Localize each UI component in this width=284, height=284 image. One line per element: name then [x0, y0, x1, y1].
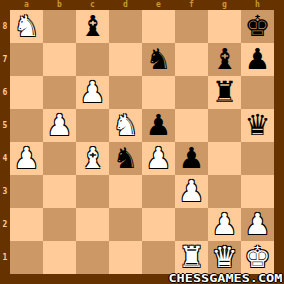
piece-black-rook: ♜ [212, 78, 238, 107]
rank-label-3: 3 [0, 175, 10, 208]
square-b4[interactable] [43, 142, 76, 175]
rank-label-4: 4 [0, 142, 10, 175]
square-b1[interactable] [43, 241, 76, 274]
square-c3[interactable] [76, 175, 109, 208]
square-c8[interactable]: ♝ [76, 10, 109, 43]
square-g1[interactable]: ♛ [208, 241, 241, 274]
square-e8[interactable] [142, 10, 175, 43]
square-e1[interactable] [142, 241, 175, 274]
square-d5[interactable]: ♞ [109, 109, 142, 142]
square-f8[interactable] [175, 10, 208, 43]
square-d3[interactable] [109, 175, 142, 208]
square-c7[interactable] [76, 43, 109, 76]
chessgames-logo[interactable]: CHESSGAMES.COM [168, 274, 282, 284]
piece-white-knight: ♞ [113, 111, 139, 140]
square-g6[interactable]: ♜ [208, 76, 241, 109]
piece-black-knight: ♞ [113, 144, 139, 173]
square-h8[interactable]: ♚ [241, 10, 274, 43]
piece-white-queen: ♛ [212, 243, 238, 272]
square-h7[interactable]: ♟ [241, 43, 274, 76]
square-h5[interactable]: ♛ [241, 109, 274, 142]
piece-white-rook: ♜ [179, 243, 205, 272]
piece-white-pawn: ♟ [212, 210, 238, 239]
chess-board: ♞♝♚♞♝♟♟♜♟♞♟♛♟♝♞♟♟♟♟♟♜♛♚ [10, 10, 274, 274]
file-label-b: b [43, 0, 76, 10]
square-c6[interactable]: ♟ [76, 76, 109, 109]
square-g2[interactable]: ♟ [208, 208, 241, 241]
square-f5[interactable] [175, 109, 208, 142]
square-h1[interactable]: ♚ [241, 241, 274, 274]
square-b3[interactable] [43, 175, 76, 208]
file-label-e: e [142, 0, 175, 10]
square-g7[interactable]: ♝ [208, 43, 241, 76]
square-h2[interactable]: ♟ [241, 208, 274, 241]
square-a3[interactable] [10, 175, 43, 208]
rank-labels: 87654321 [0, 10, 10, 274]
square-f6[interactable] [175, 76, 208, 109]
piece-black-pawn: ♟ [245, 45, 271, 74]
piece-black-bishop: ♝ [80, 12, 106, 41]
square-e7[interactable]: ♞ [142, 43, 175, 76]
piece-white-pawn: ♟ [47, 111, 73, 140]
square-c1[interactable] [76, 241, 109, 274]
square-e4[interactable]: ♟ [142, 142, 175, 175]
square-a5[interactable] [10, 109, 43, 142]
square-d8[interactable] [109, 10, 142, 43]
square-d2[interactable] [109, 208, 142, 241]
piece-white-knight: ♞ [14, 12, 40, 41]
square-e6[interactable] [142, 76, 175, 109]
piece-black-bishop: ♝ [212, 45, 238, 74]
square-h3[interactable] [241, 175, 274, 208]
piece-white-pawn: ♟ [245, 210, 271, 239]
file-label-f: f [175, 0, 208, 10]
square-d7[interactable] [109, 43, 142, 76]
square-d6[interactable] [109, 76, 142, 109]
square-a2[interactable] [10, 208, 43, 241]
square-d1[interactable] [109, 241, 142, 274]
square-g4[interactable] [208, 142, 241, 175]
square-b7[interactable] [43, 43, 76, 76]
rank-label-7: 7 [0, 43, 10, 76]
square-h4[interactable] [241, 142, 274, 175]
square-b8[interactable] [43, 10, 76, 43]
square-e5[interactable]: ♟ [142, 109, 175, 142]
square-a6[interactable] [10, 76, 43, 109]
square-d4[interactable]: ♞ [109, 142, 142, 175]
square-b5[interactable]: ♟ [43, 109, 76, 142]
square-f4[interactable]: ♟ [175, 142, 208, 175]
square-g3[interactable] [208, 175, 241, 208]
square-g8[interactable] [208, 10, 241, 43]
square-b6[interactable] [43, 76, 76, 109]
piece-white-king: ♚ [245, 243, 271, 272]
file-labels: abcdefgh [10, 0, 274, 10]
rank-label-5: 5 [0, 109, 10, 142]
rank-label-1: 1 [0, 241, 10, 274]
piece-white-pawn: ♟ [80, 78, 106, 107]
piece-white-pawn: ♟ [146, 144, 172, 173]
piece-white-pawn: ♟ [179, 177, 205, 206]
piece-black-pawn: ♟ [146, 111, 172, 140]
square-a8[interactable]: ♞ [10, 10, 43, 43]
square-f2[interactable] [175, 208, 208, 241]
square-a7[interactable] [10, 43, 43, 76]
square-h6[interactable] [241, 76, 274, 109]
piece-black-knight: ♞ [146, 45, 172, 74]
square-c5[interactable] [76, 109, 109, 142]
piece-black-queen: ♛ [245, 111, 271, 140]
file-label-d: d [109, 0, 142, 10]
rank-label-2: 2 [0, 208, 10, 241]
piece-black-king: ♚ [245, 12, 271, 41]
square-g5[interactable] [208, 109, 241, 142]
square-e3[interactable] [142, 175, 175, 208]
square-b2[interactable] [43, 208, 76, 241]
square-f1[interactable]: ♜ [175, 241, 208, 274]
file-label-g: g [208, 0, 241, 10]
square-c4[interactable]: ♝ [76, 142, 109, 175]
rank-label-6: 6 [0, 76, 10, 109]
square-f3[interactable]: ♟ [175, 175, 208, 208]
piece-white-bishop: ♝ [80, 144, 106, 173]
piece-black-pawn: ♟ [179, 144, 205, 173]
chess-diagram: abcdefgh 87654321 ♞♝♚♞♝♟♟♜♟♞♟♛♟♝♞♟♟♟♟♟♜♛… [0, 0, 284, 284]
rank-label-8: 8 [0, 10, 10, 43]
piece-white-pawn: ♟ [14, 144, 40, 173]
square-a4[interactable]: ♟ [10, 142, 43, 175]
square-a1[interactable] [10, 241, 43, 274]
square-e2[interactable] [142, 208, 175, 241]
square-c2[interactable] [76, 208, 109, 241]
square-f7[interactable] [175, 43, 208, 76]
